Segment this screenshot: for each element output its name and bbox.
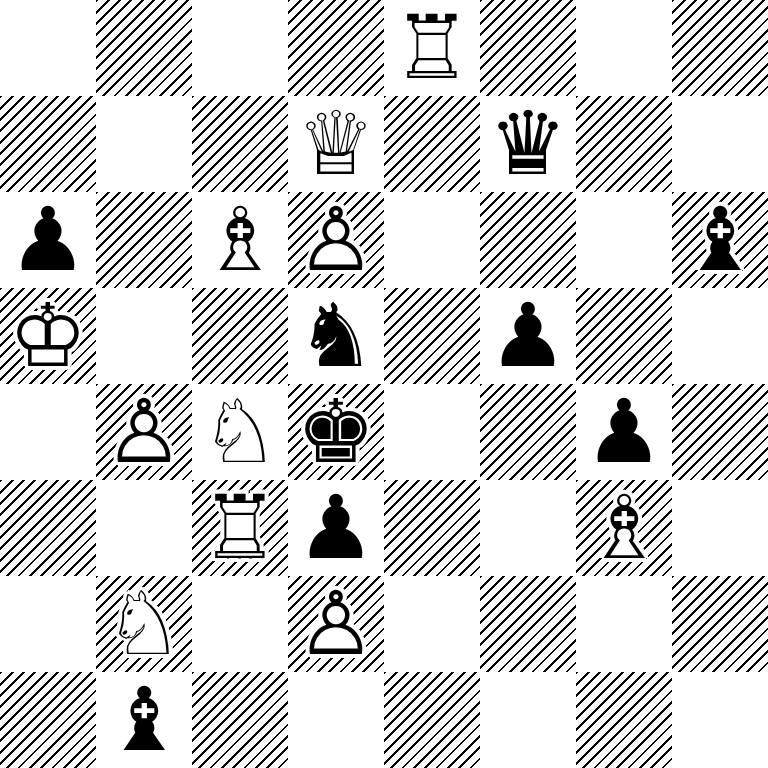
square-f2[interactable] xyxy=(480,576,576,672)
piece-white-knight: ♘ xyxy=(96,576,192,672)
piece-white-queen: ♕ xyxy=(288,96,384,192)
square-h2[interactable] xyxy=(672,576,768,672)
square-h7[interactable] xyxy=(672,96,768,192)
piece-body-fill: ♝ xyxy=(192,192,288,288)
square-c1[interactable] xyxy=(192,672,288,768)
square-b4[interactable]: ♟♙ xyxy=(96,384,192,480)
square-a5[interactable]: ♚♔ xyxy=(0,288,96,384)
square-f1[interactable] xyxy=(480,672,576,768)
square-d8[interactable] xyxy=(288,0,384,96)
piece-body-fill: ♜ xyxy=(192,480,288,576)
square-h3[interactable] xyxy=(672,480,768,576)
square-c5[interactable] xyxy=(192,288,288,384)
piece-body-fill: ♚ xyxy=(0,288,96,384)
piece-white-pawn: ♙ xyxy=(96,384,192,480)
square-e3[interactable] xyxy=(384,480,480,576)
square-e5[interactable] xyxy=(384,288,480,384)
square-b8[interactable] xyxy=(96,0,192,96)
square-b1[interactable]: ♝♝ xyxy=(96,672,192,768)
square-a3[interactable] xyxy=(0,480,96,576)
piece-body-fill: ♟ xyxy=(0,192,96,288)
square-a6[interactable]: ♟♟ xyxy=(0,192,96,288)
square-c6[interactable]: ♝♗ xyxy=(192,192,288,288)
square-b3[interactable] xyxy=(96,480,192,576)
piece-body-fill: ♜ xyxy=(384,0,480,96)
piece-body-fill: ♟ xyxy=(576,384,672,480)
piece-black-pawn: ♟ xyxy=(0,192,96,288)
square-g6[interactable] xyxy=(576,192,672,288)
piece-body-fill: ♞ xyxy=(96,576,192,672)
piece-white-bishop: ♗ xyxy=(192,192,288,288)
square-c3[interactable]: ♜♖ xyxy=(192,480,288,576)
piece-body-fill: ♛ xyxy=(288,96,384,192)
piece-white-knight: ♘ xyxy=(192,384,288,480)
square-e4[interactable] xyxy=(384,384,480,480)
piece-black-queen: ♛ xyxy=(480,96,576,192)
square-d6[interactable]: ♟♙ xyxy=(288,192,384,288)
piece-black-pawn: ♟ xyxy=(288,480,384,576)
piece-body-fill: ♞ xyxy=(288,288,384,384)
square-a8[interactable] xyxy=(0,0,96,96)
piece-body-fill: ♚ xyxy=(288,384,384,480)
square-f7[interactable]: ♛♛ xyxy=(480,96,576,192)
square-e7[interactable] xyxy=(384,96,480,192)
square-g2[interactable] xyxy=(576,576,672,672)
square-c4[interactable]: ♞♘ xyxy=(192,384,288,480)
piece-white-pawn: ♙ xyxy=(288,576,384,672)
square-f4[interactable] xyxy=(480,384,576,480)
piece-body-fill: ♟ xyxy=(288,576,384,672)
piece-white-king: ♔ xyxy=(0,288,96,384)
square-d7[interactable]: ♛♕ xyxy=(288,96,384,192)
chess-board: ♜♖♛♕♛♛♟♟♝♗♟♙♝♝♚♔♞♞♟♟♟♙♞♘♚♚♟♟♜♖♟♟♝♗♞♘♟♙♝♝ xyxy=(0,0,768,768)
piece-body-fill: ♟ xyxy=(288,192,384,288)
square-h6[interactable]: ♝♝ xyxy=(672,192,768,288)
square-e1[interactable] xyxy=(384,672,480,768)
square-d3[interactable]: ♟♟ xyxy=(288,480,384,576)
square-e8[interactable]: ♜♖ xyxy=(384,0,480,96)
square-g7[interactable] xyxy=(576,96,672,192)
square-c2[interactable] xyxy=(192,576,288,672)
piece-body-fill: ♟ xyxy=(96,384,192,480)
square-a7[interactable] xyxy=(0,96,96,192)
square-a4[interactable] xyxy=(0,384,96,480)
square-b5[interactable] xyxy=(96,288,192,384)
piece-body-fill: ♟ xyxy=(480,288,576,384)
square-a1[interactable] xyxy=(0,672,96,768)
square-f6[interactable] xyxy=(480,192,576,288)
square-e6[interactable] xyxy=(384,192,480,288)
piece-body-fill: ♝ xyxy=(672,192,768,288)
square-b7[interactable] xyxy=(96,96,192,192)
square-g1[interactable] xyxy=(576,672,672,768)
square-c7[interactable] xyxy=(192,96,288,192)
piece-black-bishop: ♝ xyxy=(672,192,768,288)
piece-white-rook: ♖ xyxy=(384,0,480,96)
square-h8[interactable] xyxy=(672,0,768,96)
square-d4[interactable]: ♚♚ xyxy=(288,384,384,480)
square-f3[interactable] xyxy=(480,480,576,576)
square-h4[interactable] xyxy=(672,384,768,480)
piece-body-fill: ♞ xyxy=(192,384,288,480)
piece-white-rook: ♖ xyxy=(192,480,288,576)
square-e2[interactable] xyxy=(384,576,480,672)
square-b6[interactable] xyxy=(96,192,192,288)
square-g4[interactable]: ♟♟ xyxy=(576,384,672,480)
square-g3[interactable]: ♝♗ xyxy=(576,480,672,576)
piece-black-bishop: ♝ xyxy=(96,672,192,768)
piece-white-bishop: ♗ xyxy=(576,480,672,576)
piece-body-fill: ♝ xyxy=(96,672,192,768)
square-c8[interactable] xyxy=(192,0,288,96)
square-d1[interactable] xyxy=(288,672,384,768)
piece-black-pawn: ♟ xyxy=(576,384,672,480)
square-d2[interactable]: ♟♙ xyxy=(288,576,384,672)
piece-body-fill: ♟ xyxy=(288,480,384,576)
piece-body-fill: ♛ xyxy=(480,96,576,192)
piece-black-knight: ♞ xyxy=(288,288,384,384)
piece-body-fill: ♝ xyxy=(576,480,672,576)
piece-black-pawn: ♟ xyxy=(480,288,576,384)
square-h5[interactable] xyxy=(672,288,768,384)
square-b2[interactable]: ♞♘ xyxy=(96,576,192,672)
square-a2[interactable] xyxy=(0,576,96,672)
square-g8[interactable] xyxy=(576,0,672,96)
piece-white-pawn: ♙ xyxy=(288,192,384,288)
square-f8[interactable] xyxy=(480,0,576,96)
piece-black-king: ♚ xyxy=(288,384,384,480)
square-g5[interactable] xyxy=(576,288,672,384)
square-f5[interactable]: ♟♟ xyxy=(480,288,576,384)
square-d5[interactable]: ♞♞ xyxy=(288,288,384,384)
square-h1[interactable] xyxy=(672,672,768,768)
